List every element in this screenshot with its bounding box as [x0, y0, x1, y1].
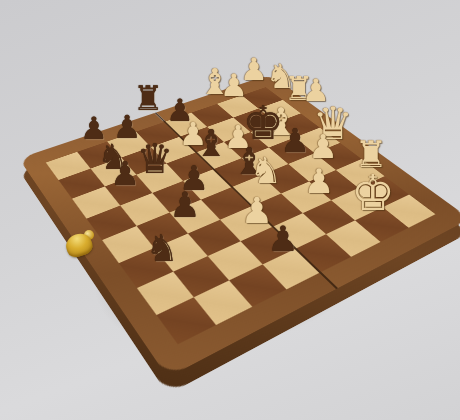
chess-set-photo: ♟♞♝♟♜♟♜♟♝♟♛♚♟♟♟♟♝♟♜♞♛♝♞♟♟♟♚♟♟♟♞: [0, 0, 460, 420]
chess-piece-black-rook: ♜: [133, 81, 163, 115]
brass-clasp-icon: [62, 228, 96, 262]
